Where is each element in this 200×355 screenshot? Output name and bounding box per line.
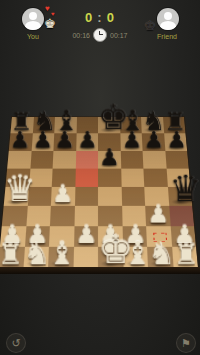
piece-black-pawn-g7[interactable]: ♟ bbox=[143, 129, 165, 152]
piece-black-pawn-e6[interactable]: ♟ bbox=[98, 146, 121, 169]
piece-black-pawn-b7[interactable]: ♟ bbox=[31, 129, 53, 152]
piece-white-knight-b1[interactable]: ♞ bbox=[23, 239, 48, 269]
score-separator: : bbox=[93, 10, 106, 25]
timer-you: 00:16 bbox=[72, 32, 90, 39]
piece-black-pawn-d7[interactable]: ♟ bbox=[76, 129, 98, 152]
piece-black-king-e8[interactable]: ♚ bbox=[98, 100, 120, 135]
avatar-friend[interactable] bbox=[157, 8, 179, 30]
piece-white-rook-a1[interactable]: ♜ bbox=[0, 241, 23, 269]
piece-black-queen-h4[interactable]: ♛ bbox=[169, 171, 193, 207]
piece-white-bishop-f1[interactable]: ♝ bbox=[123, 238, 148, 269]
piece-black-pawn-a7[interactable]: ♟ bbox=[9, 129, 31, 152]
score-right: 0 bbox=[107, 10, 115, 25]
player-name-friend: Friend bbox=[150, 33, 184, 40]
flag-button[interactable]: ⚑ bbox=[176, 333, 196, 353]
piece-black-pawn-h7[interactable]: ♟ bbox=[165, 129, 187, 152]
clock-icon bbox=[93, 28, 107, 42]
piece-white-rook-h1[interactable]: ♜ bbox=[173, 241, 198, 269]
piece-white-king-e1[interactable]: ♚ bbox=[98, 229, 123, 269]
piece-white-pawn-c4[interactable]: ♟ bbox=[51, 183, 75, 207]
piece-black-pawn-f7[interactable]: ♟ bbox=[120, 129, 142, 152]
piece-white-pawn-d2[interactable]: ♟ bbox=[73, 222, 98, 247]
piece-white-pawn-g3[interactable]: ♟ bbox=[146, 202, 170, 227]
avatar-head bbox=[164, 12, 172, 20]
piece-white-bishop-c1[interactable]: ♝ bbox=[48, 238, 73, 269]
piece-black-pawn-c7[interactable]: ♟ bbox=[53, 129, 75, 152]
black-king-badge-icon: ♚ bbox=[144, 19, 156, 32]
game-screen: You ♥ ♥ ♚ 0:0 00:1600:17 ♚ Friend ♜♞♝♚♝♞… bbox=[0, 0, 200, 355]
chess-board-wrapper: ♜♞♝♚♝♞♜♟♟♟♟♟♟♟♟♛♟♛♟♟♟♟♟♟♟♜♞♝♚♝♞♜ bbox=[12, 117, 184, 319]
timer-friend: 00:17 bbox=[110, 32, 128, 39]
chess-board[interactable]: ♜♞♝♚♝♞♜♟♟♟♟♟♟♟♟♛♟♛♟♟♟♟♟♟♟♜♞♝♚♝♞♜ bbox=[0, 117, 198, 268]
undo-button[interactable]: ↺ bbox=[6, 333, 26, 353]
piece-white-knight-g1[interactable]: ♞ bbox=[148, 239, 173, 269]
piece-white-queen-a4[interactable]: ♛ bbox=[4, 171, 28, 207]
board-front-edge bbox=[0, 267, 200, 274]
